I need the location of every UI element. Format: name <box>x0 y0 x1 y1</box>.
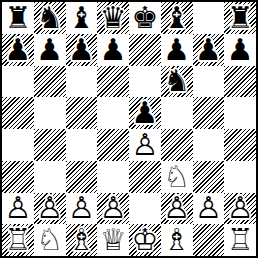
piece-glyph: ♘ <box>161 161 193 193</box>
piece-glyph: ♙ <box>224 193 256 225</box>
piece-white-pawn[interactable]: ♟♙ <box>161 193 193 225</box>
square-b6[interactable] <box>34 66 66 98</box>
piece-glyph: ♗ <box>161 224 193 256</box>
square-a2[interactable]: ♟♙ <box>2 193 34 225</box>
square-h4[interactable] <box>224 129 256 161</box>
square-a1[interactable]: ♜♖ <box>2 224 34 256</box>
square-h5[interactable] <box>224 97 256 129</box>
square-e4[interactable]: ♟♙ <box>129 129 161 161</box>
piece-glyph: ♕ <box>97 224 129 256</box>
square-d6[interactable] <box>97 66 129 98</box>
piece-glyph: ♝ <box>161 2 193 34</box>
piece-white-knight[interactable]: ♞♘ <box>34 224 66 256</box>
piece-white-king[interactable]: ♚♔ <box>129 224 161 256</box>
piece-white-pawn[interactable]: ♟♙ <box>97 193 129 225</box>
square-g5[interactable] <box>193 97 225 129</box>
piece-glyph: ♙ <box>2 193 34 225</box>
piece-black-knight[interactable]: ♞♞ <box>34 2 66 34</box>
piece-black-pawn[interactable]: ♟♟ <box>193 34 225 66</box>
piece-glyph: ♜ <box>224 2 256 34</box>
piece-white-pawn[interactable]: ♟♙ <box>34 193 66 225</box>
piece-glyph: ♟ <box>34 34 66 66</box>
chess-diagram: ♜♜♞♞♝♝♛♛♚♚♝♝♜♜♟♟♟♟♟♟♟♟♟♟♟♟♟♟♞♞♟♟♟♙♞♘♟♙♟♙… <box>0 0 258 258</box>
piece-glyph: ♝ <box>66 2 98 34</box>
square-c2[interactable]: ♟♙ <box>66 193 98 225</box>
piece-black-knight[interactable]: ♞♞ <box>161 66 193 98</box>
piece-glyph: ♛ <box>97 2 129 34</box>
square-g2[interactable]: ♟♙ <box>193 193 225 225</box>
square-a7[interactable]: ♟♟ <box>2 34 34 66</box>
square-b8[interactable]: ♞♞ <box>34 2 66 34</box>
piece-glyph: ♙ <box>193 193 225 225</box>
piece-glyph: ♞ <box>161 66 193 98</box>
piece-black-pawn[interactable]: ♟♟ <box>97 34 129 66</box>
piece-glyph: ♟ <box>66 34 98 66</box>
square-f8[interactable]: ♝♝ <box>161 2 193 34</box>
piece-black-pawn[interactable]: ♟♟ <box>161 34 193 66</box>
square-d1[interactable]: ♛♕ <box>97 224 129 256</box>
piece-white-rook[interactable]: ♜♖ <box>224 224 256 256</box>
square-f3[interactable]: ♞♘ <box>161 161 193 193</box>
square-g1[interactable] <box>193 224 225 256</box>
square-c7[interactable]: ♟♟ <box>66 34 98 66</box>
piece-glyph: ♙ <box>97 193 129 225</box>
square-h1[interactable]: ♜♖ <box>224 224 256 256</box>
square-h3[interactable] <box>224 161 256 193</box>
square-c5[interactable] <box>66 97 98 129</box>
piece-black-queen[interactable]: ♛♛ <box>97 2 129 34</box>
piece-glyph: ♙ <box>129 129 161 161</box>
piece-white-pawn[interactable]: ♟♙ <box>66 193 98 225</box>
piece-black-pawn[interactable]: ♟♟ <box>2 34 34 66</box>
square-e5[interactable]: ♟♟ <box>129 97 161 129</box>
square-d4[interactable] <box>97 129 129 161</box>
square-d7[interactable]: ♟♟ <box>97 34 129 66</box>
piece-glyph: ♙ <box>34 193 66 225</box>
piece-white-rook[interactable]: ♜♖ <box>2 224 34 256</box>
piece-white-knight[interactable]: ♞♘ <box>161 161 193 193</box>
square-g4[interactable] <box>193 129 225 161</box>
piece-black-pawn[interactable]: ♟♟ <box>34 34 66 66</box>
square-b5[interactable] <box>34 97 66 129</box>
square-e3[interactable] <box>129 161 161 193</box>
piece-glyph: ♖ <box>2 224 34 256</box>
square-c8[interactable]: ♝♝ <box>66 2 98 34</box>
piece-glyph: ♗ <box>66 224 98 256</box>
piece-white-bishop[interactable]: ♝♗ <box>161 224 193 256</box>
square-h2[interactable]: ♟♙ <box>224 193 256 225</box>
square-d5[interactable] <box>97 97 129 129</box>
square-e2[interactable] <box>129 193 161 225</box>
square-d8[interactable]: ♛♛ <box>97 2 129 34</box>
piece-glyph: ♟ <box>97 34 129 66</box>
piece-glyph: ♟ <box>224 34 256 66</box>
piece-white-queen[interactable]: ♛♕ <box>97 224 129 256</box>
square-c6[interactable] <box>66 66 98 98</box>
square-g3[interactable] <box>193 161 225 193</box>
piece-black-pawn[interactable]: ♟♟ <box>66 34 98 66</box>
square-f5[interactable] <box>161 97 193 129</box>
square-a5[interactable] <box>2 97 34 129</box>
square-g7[interactable]: ♟♟ <box>193 34 225 66</box>
square-f4[interactable] <box>161 129 193 161</box>
square-e8[interactable]: ♚♚ <box>129 2 161 34</box>
square-f6[interactable]: ♞♞ <box>161 66 193 98</box>
square-g8[interactable] <box>193 2 225 34</box>
square-h7[interactable]: ♟♟ <box>224 34 256 66</box>
piece-glyph: ♟ <box>129 97 161 129</box>
square-a8[interactable]: ♜♜ <box>2 2 34 34</box>
square-e1[interactable]: ♚♔ <box>129 224 161 256</box>
piece-glyph: ♟ <box>2 34 34 66</box>
piece-glyph: ♜ <box>2 2 34 34</box>
square-b2[interactable]: ♟♙ <box>34 193 66 225</box>
piece-black-rook[interactable]: ♜♜ <box>224 2 256 34</box>
piece-white-pawn[interactable]: ♟♙ <box>129 129 161 161</box>
piece-black-rook[interactable]: ♜♜ <box>2 2 34 34</box>
square-b1[interactable]: ♞♘ <box>34 224 66 256</box>
square-d3[interactable] <box>97 161 129 193</box>
square-c1[interactable]: ♝♗ <box>66 224 98 256</box>
square-h8[interactable]: ♜♜ <box>224 2 256 34</box>
piece-black-king[interactable]: ♚♚ <box>129 2 161 34</box>
square-e6[interactable] <box>129 66 161 98</box>
piece-white-bishop[interactable]: ♝♗ <box>66 224 98 256</box>
square-c3[interactable] <box>66 161 98 193</box>
piece-white-pawn[interactable]: ♟♙ <box>2 193 34 225</box>
piece-glyph: ♙ <box>161 193 193 225</box>
piece-black-bishop[interactable]: ♝♝ <box>161 2 193 34</box>
square-b4[interactable] <box>34 129 66 161</box>
square-e7[interactable] <box>129 34 161 66</box>
square-h6[interactable] <box>224 66 256 98</box>
square-f7[interactable]: ♟♟ <box>161 34 193 66</box>
piece-black-pawn[interactable]: ♟♟ <box>224 34 256 66</box>
piece-glyph: ♙ <box>66 193 98 225</box>
square-f1[interactable]: ♝♗ <box>161 224 193 256</box>
square-b7[interactable]: ♟♟ <box>34 34 66 66</box>
square-a6[interactable] <box>2 66 34 98</box>
square-g6[interactable] <box>193 66 225 98</box>
piece-glyph: ♞ <box>34 2 66 34</box>
piece-glyph: ♖ <box>224 224 256 256</box>
square-f2[interactable]: ♟♙ <box>161 193 193 225</box>
piece-black-pawn[interactable]: ♟♟ <box>129 97 161 129</box>
square-b3[interactable] <box>34 161 66 193</box>
piece-black-bishop[interactable]: ♝♝ <box>66 2 98 34</box>
piece-glyph: ♟ <box>193 34 225 66</box>
piece-white-pawn[interactable]: ♟♙ <box>193 193 225 225</box>
square-d2[interactable]: ♟♙ <box>97 193 129 225</box>
piece-white-pawn[interactable]: ♟♙ <box>224 193 256 225</box>
square-c4[interactable] <box>66 129 98 161</box>
piece-glyph: ♔ <box>129 224 161 256</box>
piece-glyph: ♘ <box>34 224 66 256</box>
square-a3[interactable] <box>2 161 34 193</box>
chess-board: ♜♜♞♞♝♝♛♛♚♚♝♝♜♜♟♟♟♟♟♟♟♟♟♟♟♟♟♟♞♞♟♟♟♙♞♘♟♙♟♙… <box>0 0 258 258</box>
square-a4[interactable] <box>2 129 34 161</box>
piece-glyph: ♟ <box>161 34 193 66</box>
piece-glyph: ♚ <box>129 2 161 34</box>
